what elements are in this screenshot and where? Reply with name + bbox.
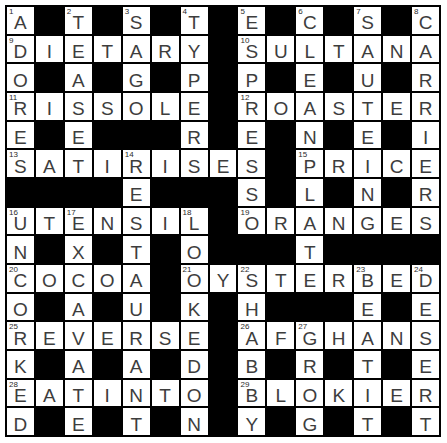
letter-cell[interactable]: 1A: [7, 7, 34, 34]
cell-letter: E: [188, 324, 201, 348]
letter-cell[interactable]: N: [383, 36, 410, 63]
cell-letter: A: [303, 209, 316, 233]
letter-cell[interactable]: N: [94, 208, 121, 235]
letter-cell[interactable]: 6C: [296, 7, 323, 34]
black-cell: [267, 179, 294, 206]
black-cell: [325, 179, 352, 206]
letter-cell[interactable]: 2T: [65, 7, 92, 34]
clue-number: 11: [9, 94, 17, 102]
black-cell: [123, 122, 150, 149]
cell-letter: E: [72, 410, 85, 434]
cell-letter: A: [43, 381, 56, 405]
cell-letter: T: [362, 94, 374, 118]
cell-letter: S: [159, 324, 172, 348]
cell-letter: G: [302, 410, 317, 434]
cell-letter: E: [101, 324, 114, 348]
letter-cell[interactable]: O: [7, 294, 34, 321]
black-cell: [36, 179, 63, 206]
clue-number: 28: [9, 381, 18, 389]
cell-letter: R: [187, 123, 201, 147]
black-cell: [267, 122, 294, 149]
cell-letter: B: [246, 352, 259, 376]
letter-cell[interactable]: E: [238, 122, 265, 149]
cell-letter: N: [361, 180, 375, 204]
black-cell: [325, 351, 352, 378]
letter-cell[interactable]: T: [354, 408, 381, 435]
cell-letter: E: [72, 123, 85, 147]
cell-letter: T: [73, 152, 85, 176]
crossword-grid: 1A2T3S4T5E6C7S8C9DIETARY10SULTANAOAGPPEU…: [5, 5, 441, 437]
black-cell: [152, 236, 179, 263]
letter-cell[interactable]: E: [94, 322, 121, 349]
cell-letter: Y: [246, 410, 259, 434]
cell-letter: U: [361, 66, 375, 90]
letter-cell[interactable]: A: [354, 36, 381, 63]
cell-letter: A: [361, 37, 374, 61]
black-cell: [152, 7, 179, 34]
black-cell: [36, 294, 63, 321]
cell-letter: R: [274, 209, 288, 233]
letter-cell[interactable]: O: [36, 265, 63, 292]
black-cell: [210, 236, 237, 263]
letter-cell[interactable]: R: [412, 179, 439, 206]
letter-cell[interactable]: 16U: [7, 208, 34, 235]
cell-letter: O: [13, 66, 28, 90]
letter-cell[interactable]: E: [296, 265, 323, 292]
black-cell: [325, 64, 352, 91]
cell-letter: P: [188, 66, 201, 90]
letter-cell[interactable]: R: [412, 380, 439, 407]
clue-number: 12: [240, 94, 249, 102]
letter-cell[interactable]: A: [36, 150, 63, 177]
letter-cell[interactable]: E: [296, 64, 323, 91]
letter-cell[interactable]: 20C: [7, 265, 34, 292]
letter-cell[interactable]: A: [354, 322, 381, 349]
cell-letter: A: [72, 295, 85, 319]
letter-cell[interactable]: E: [65, 36, 92, 63]
letter-cell[interactable]: O: [94, 265, 121, 292]
black-cell: [383, 179, 410, 206]
cell-letter: T: [188, 8, 200, 32]
letter-cell[interactable]: V: [65, 322, 92, 349]
letter-cell[interactable]: I: [152, 208, 179, 235]
cell-letter: A: [130, 266, 143, 290]
letter-cell[interactable]: 21O: [181, 265, 208, 292]
black-cell: [210, 179, 237, 206]
black-cell: [152, 64, 179, 91]
cell-letter: T: [159, 381, 171, 405]
letter-cell[interactable]: A: [412, 36, 439, 63]
letter-cell[interactable]: K: [181, 294, 208, 321]
letter-cell[interactable]: E: [36, 322, 63, 349]
clue-number: 7: [356, 8, 360, 16]
letter-cell[interactable]: 27G: [296, 322, 323, 349]
letter-cell[interactable]: 25R: [7, 322, 34, 349]
letter-cell[interactable]: A: [123, 265, 150, 292]
letter-cell[interactable]: P: [181, 64, 208, 91]
letter-cell[interactable]: E: [383, 93, 410, 120]
letter-cell[interactable]: E: [383, 208, 410, 235]
letter-cell[interactable]: O: [7, 64, 34, 91]
letter-cell[interactable]: Y: [181, 36, 208, 63]
letter-cell[interactable]: E: [210, 150, 237, 177]
letter-cell[interactable]: T: [325, 36, 352, 63]
cell-letter: I: [423, 123, 428, 147]
letter-cell[interactable]: R: [123, 322, 150, 349]
cell-letter: E: [43, 324, 56, 348]
letter-cell[interactable]: E: [383, 380, 410, 407]
letter-cell[interactable]: O: [123, 93, 150, 120]
letter-cell[interactable]: 11R: [7, 93, 34, 120]
cell-letter: D: [187, 352, 201, 376]
letter-cell[interactable]: U: [354, 64, 381, 91]
cell-letter: T: [73, 8, 85, 32]
letter-cell[interactable]: H: [238, 294, 265, 321]
letter-cell[interactable]: I: [36, 93, 63, 120]
letter-cell[interactable]: T: [36, 208, 63, 235]
cell-letter: S: [130, 209, 143, 233]
cell-letter: O: [13, 295, 28, 319]
black-cell: [152, 265, 179, 292]
letter-cell[interactable]: 12R: [238, 93, 265, 120]
cell-letter: R: [419, 94, 433, 118]
letter-cell[interactable]: O: [296, 380, 323, 407]
letter-cell[interactable]: 5E: [238, 7, 265, 34]
letter-cell[interactable]: E: [412, 150, 439, 177]
letter-cell[interactable]: S: [94, 93, 121, 120]
letter-cell[interactable]: A: [36, 380, 63, 407]
cell-letter: T: [333, 37, 345, 61]
clue-number: 8: [414, 8, 418, 16]
letter-cell[interactable]: E: [7, 122, 34, 149]
cell-letter: E: [14, 123, 27, 147]
letter-cell[interactable]: E: [354, 122, 381, 149]
letter-cell[interactable]: I: [152, 150, 179, 177]
letter-cell[interactable]: T: [123, 236, 150, 263]
letter-cell[interactable]: E: [65, 122, 92, 149]
letter-cell[interactable]: 8C: [412, 7, 439, 34]
letter-cell[interactable]: 15P: [296, 150, 323, 177]
letter-cell[interactable]: I: [36, 36, 63, 63]
black-cell: [238, 236, 265, 263]
letter-cell[interactable]: L: [267, 380, 294, 407]
cell-letter: S: [419, 209, 432, 233]
clue-number: 18: [183, 209, 192, 217]
letter-cell[interactable]: 26A: [238, 322, 265, 349]
letter-cell[interactable]: E: [123, 179, 150, 206]
letter-cell[interactable]: I: [354, 150, 381, 177]
black-cell: [412, 236, 439, 263]
black-cell: [36, 351, 63, 378]
cell-letter: P: [246, 66, 259, 90]
letter-cell[interactable]: A: [123, 36, 150, 63]
letter-cell[interactable]: S: [65, 93, 92, 120]
black-cell: [325, 7, 352, 34]
cell-letter: E: [303, 266, 316, 290]
letter-cell[interactable]: E: [181, 93, 208, 120]
cell-letter: E: [390, 94, 403, 118]
letter-cell[interactable]: R: [181, 122, 208, 149]
black-cell: [210, 294, 237, 321]
black-cell: [94, 179, 121, 206]
cell-letter: E: [303, 66, 316, 90]
cell-letter: C: [419, 8, 433, 32]
letter-cell[interactable]: D: [7, 408, 34, 435]
letter-cell[interactable]: 22S: [238, 265, 265, 292]
black-cell: [354, 236, 381, 263]
cell-letter: R: [332, 266, 346, 290]
letter-cell[interactable]: 4T: [181, 7, 208, 34]
letter-cell[interactable]: 17E: [65, 208, 92, 235]
letter-cell[interactable]: A: [296, 93, 323, 120]
letter-cell[interactable]: C: [65, 265, 92, 292]
cell-letter: E: [361, 295, 374, 319]
black-cell: [267, 7, 294, 34]
cell-letter: S: [188, 152, 201, 176]
letter-cell[interactable]: I: [354, 380, 381, 407]
cell-letter: R: [129, 324, 143, 348]
letter-cell[interactable]: 29B: [238, 380, 265, 407]
letter-cell[interactable]: 19O: [238, 208, 265, 235]
cell-letter: A: [72, 352, 85, 376]
black-cell: [210, 380, 237, 407]
letter-cell[interactable]: R: [152, 36, 179, 63]
letter-cell[interactable]: X: [65, 236, 92, 263]
cell-letter: S: [130, 8, 143, 32]
cell-letter: T: [420, 410, 432, 434]
cell-letter: C: [303, 8, 317, 32]
cell-letter: A: [361, 324, 374, 348]
black-cell: [94, 7, 121, 34]
letter-cell[interactable]: L: [296, 36, 323, 63]
cell-letter: S: [72, 94, 85, 118]
cell-letter: T: [73, 381, 85, 405]
cell-letter: K: [332, 381, 345, 405]
black-cell: [94, 408, 121, 435]
letter-cell[interactable]: A: [65, 351, 92, 378]
black-cell: [152, 179, 179, 206]
letter-cell[interactable]: E: [383, 265, 410, 292]
black-cell: [152, 408, 179, 435]
clue-number: 3: [125, 8, 129, 16]
cell-letter: N: [303, 123, 317, 147]
letter-cell[interactable]: R: [412, 64, 439, 91]
black-cell: [94, 122, 121, 149]
letter-cell[interactable]: S: [123, 208, 150, 235]
letter-cell[interactable]: S: [238, 179, 265, 206]
letter-cell[interactable]: 14R: [123, 150, 150, 177]
cell-letter: O: [273, 94, 288, 118]
cell-letter: T: [362, 352, 374, 376]
letter-cell[interactable]: G: [296, 408, 323, 435]
black-cell: [296, 294, 323, 321]
letter-cell[interactable]: A: [123, 351, 150, 378]
clue-number: 25: [9, 323, 18, 331]
cell-letter: R: [158, 37, 172, 61]
letter-cell[interactable]: E: [412, 351, 439, 378]
cell-letter: N: [390, 324, 404, 348]
letter-cell[interactable]: T: [354, 351, 381, 378]
letter-cell[interactable]: T: [412, 408, 439, 435]
letter-cell[interactable]: C: [383, 150, 410, 177]
black-cell: [210, 36, 237, 63]
letter-cell[interactable]: H: [325, 322, 352, 349]
letter-cell[interactable]: T: [296, 236, 323, 263]
letter-cell[interactable]: S: [412, 208, 439, 235]
black-cell: [94, 64, 121, 91]
letter-cell[interactable]: R: [412, 93, 439, 120]
letter-cell[interactable]: S: [325, 93, 352, 120]
letter-cell[interactable]: N: [7, 236, 34, 263]
letter-cell[interactable]: I: [94, 380, 121, 407]
black-cell: [7, 179, 34, 206]
letter-cell[interactable]: S: [181, 150, 208, 177]
black-cell: [383, 294, 410, 321]
cell-letter: N: [129, 381, 143, 405]
letter-cell[interactable]: T: [65, 380, 92, 407]
letter-cell[interactable]: T: [123, 408, 150, 435]
black-cell: [267, 236, 294, 263]
letter-cell[interactable]: Y: [210, 265, 237, 292]
letter-cell[interactable]: 24D: [412, 265, 439, 292]
letter-cell[interactable]: N: [354, 179, 381, 206]
cell-letter: A: [14, 8, 27, 32]
letter-cell[interactable]: P: [238, 64, 265, 91]
letter-cell[interactable]: T: [94, 36, 121, 63]
letter-cell[interactable]: O: [267, 93, 294, 120]
black-cell: [94, 351, 121, 378]
cell-letter: L: [305, 37, 316, 61]
cell-letter: O: [302, 381, 317, 405]
cell-letter: S: [246, 152, 259, 176]
letter-cell[interactable]: K: [7, 351, 34, 378]
letter-cell[interactable]: N: [383, 322, 410, 349]
cell-letter: E: [419, 352, 432, 376]
letter-cell[interactable]: O: [181, 236, 208, 263]
letter-cell[interactable]: U: [123, 294, 150, 321]
cell-letter: N: [332, 209, 346, 233]
black-cell: [267, 150, 294, 177]
letter-cell[interactable]: A: [296, 208, 323, 235]
letter-cell[interactable]: R: [296, 351, 323, 378]
cell-letter: R: [303, 352, 317, 376]
letter-cell[interactable]: A: [65, 64, 92, 91]
cell-letter: I: [365, 152, 370, 176]
cell-letter: D: [14, 410, 28, 434]
clue-number: 6: [298, 8, 302, 16]
letter-cell[interactable]: T: [354, 93, 381, 120]
letter-cell[interactable]: E: [65, 408, 92, 435]
letter-cell[interactable]: R: [325, 150, 352, 177]
letter-cell[interactable]: 28E: [7, 380, 34, 407]
black-cell: [65, 179, 92, 206]
cell-letter: O: [100, 266, 115, 290]
cell-letter: S: [419, 324, 432, 348]
cell-letter: E: [246, 123, 259, 147]
letter-cell[interactable]: R: [267, 208, 294, 235]
letter-cell[interactable]: G: [123, 64, 150, 91]
letter-cell[interactable]: E: [412, 294, 439, 321]
black-cell: [210, 7, 237, 34]
letter-cell[interactable]: 7S: [354, 7, 381, 34]
letter-cell[interactable]: 13S: [7, 150, 34, 177]
cell-letter: H: [332, 324, 346, 348]
clue-number: 2: [67, 8, 71, 16]
cell-letter: E: [188, 94, 201, 118]
cell-letter: I: [47, 94, 52, 118]
letter-cell[interactable]: F: [267, 322, 294, 349]
letter-cell[interactable]: S: [412, 322, 439, 349]
clue-number: 22: [240, 266, 249, 274]
letter-cell[interactable]: 10S: [238, 36, 265, 63]
letter-cell[interactable]: R: [325, 265, 352, 292]
letter-cell[interactable]: B: [238, 351, 265, 378]
black-cell: [36, 408, 63, 435]
crossword-board: 1A2T3S4T5E6C7S8C9DIETARY10SULTANAOAGPPEU…: [0, 0, 447, 443]
letter-cell[interactable]: L: [152, 93, 179, 120]
cell-letter: R: [419, 66, 433, 90]
letter-cell[interactable]: I: [412, 122, 439, 149]
letter-cell[interactable]: T: [267, 265, 294, 292]
black-cell: [36, 122, 63, 149]
cell-letter: O: [42, 266, 57, 290]
cell-letter: A: [43, 152, 56, 176]
cell-letter: E: [361, 123, 374, 147]
letter-cell[interactable]: N: [296, 122, 323, 149]
letter-cell[interactable]: E: [181, 322, 208, 349]
letter-cell[interactable]: D: [181, 351, 208, 378]
letter-cell[interactable]: Y: [238, 408, 265, 435]
letter-cell[interactable]: K: [325, 380, 352, 407]
cell-letter: R: [332, 152, 346, 176]
letter-cell[interactable]: A: [65, 294, 92, 321]
letter-cell[interactable]: S: [238, 150, 265, 177]
letter-cell[interactable]: N: [123, 380, 150, 407]
black-cell: [210, 93, 237, 120]
cell-letter: L: [276, 381, 287, 405]
letter-cell[interactable]: U: [267, 36, 294, 63]
letter-cell[interactable]: 23B: [354, 265, 381, 292]
letter-cell[interactable]: I: [94, 150, 121, 177]
letter-cell[interactable]: T: [65, 150, 92, 177]
letter-cell[interactable]: 3S: [123, 7, 150, 34]
clue-number: 26: [240, 323, 249, 331]
letter-cell[interactable]: 18L: [181, 208, 208, 235]
letter-cell[interactable]: S: [152, 322, 179, 349]
letter-cell[interactable]: L: [296, 179, 323, 206]
cell-letter: I: [105, 381, 110, 405]
letter-cell[interactable]: N: [181, 408, 208, 435]
cell-letter: S: [101, 94, 114, 118]
letter-cell[interactable]: G: [354, 208, 381, 235]
clue-number: 5: [240, 8, 244, 16]
black-cell: [267, 351, 294, 378]
letter-cell[interactable]: O: [181, 380, 208, 407]
cell-letter: R: [419, 180, 433, 204]
cell-letter: A: [130, 37, 143, 61]
letter-cell[interactable]: 9D: [7, 36, 34, 63]
cell-letter: O: [187, 381, 202, 405]
letter-cell[interactable]: T: [152, 380, 179, 407]
cell-letter: T: [275, 266, 287, 290]
cell-letter: E: [419, 295, 432, 319]
cell-letter: T: [44, 209, 56, 233]
letter-cell[interactable]: E: [354, 294, 381, 321]
clue-number: 1: [9, 8, 13, 16]
black-cell: [210, 322, 237, 349]
letter-cell[interactable]: N: [325, 208, 352, 235]
black-cell: [267, 64, 294, 91]
